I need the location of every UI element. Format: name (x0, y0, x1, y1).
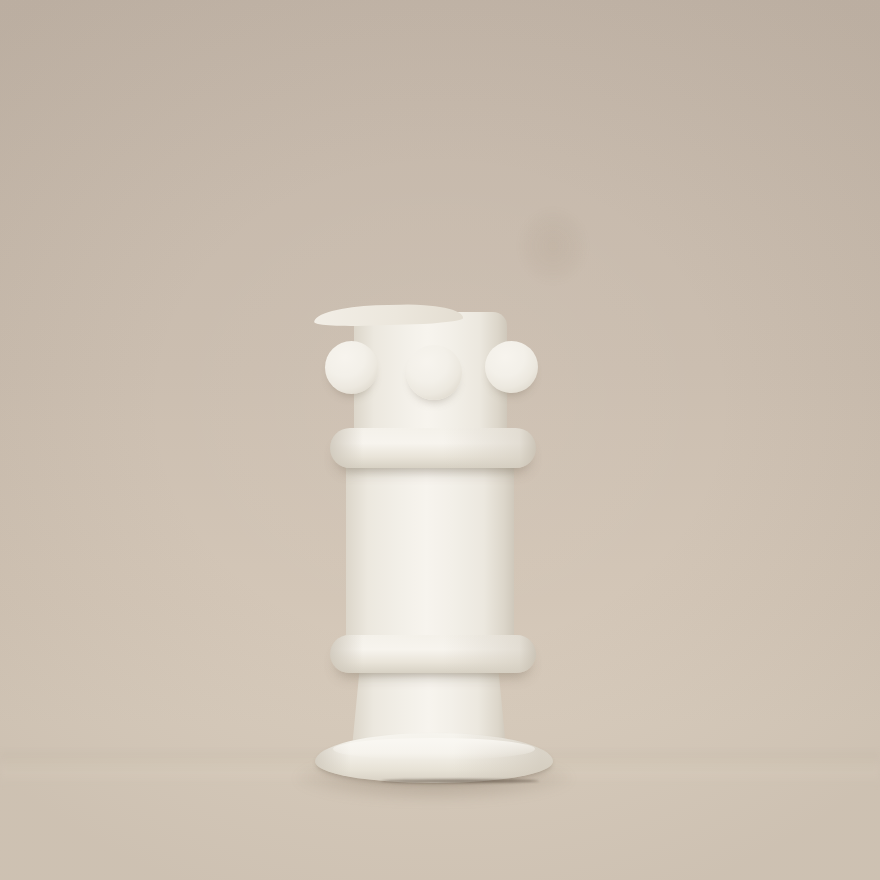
bobble-right (485, 341, 538, 393)
upper-flange (330, 428, 536, 468)
lower-flange (330, 635, 536, 673)
backdrop-smudge (520, 210, 586, 282)
bobble-center (406, 345, 462, 400)
bobble-left (325, 341, 378, 394)
ceramic-vase (312, 305, 552, 787)
base-top-highlight (333, 738, 535, 760)
vase-body (346, 460, 514, 646)
base-contact-line (381, 779, 539, 783)
photo-stage (0, 0, 880, 880)
vase-base (315, 733, 553, 783)
